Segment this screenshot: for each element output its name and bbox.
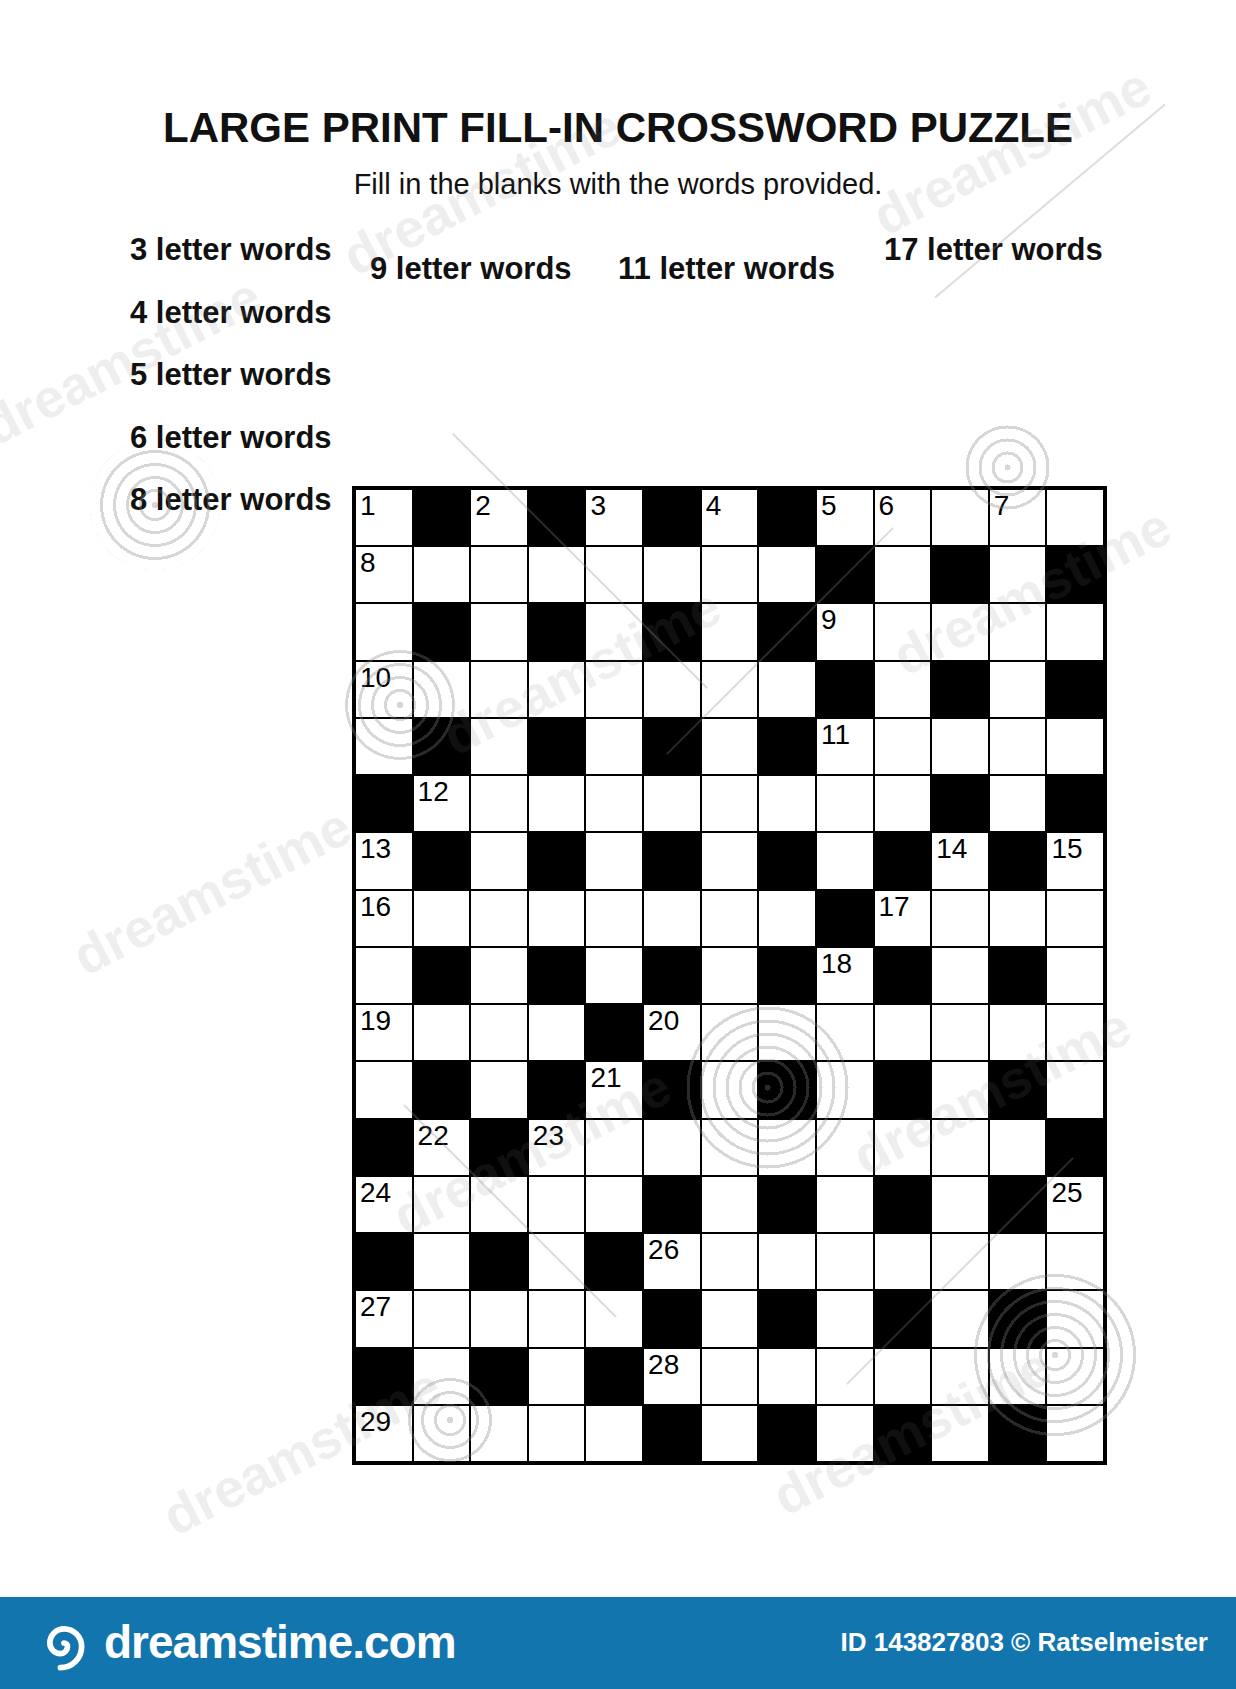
word-list-heading: 8 letter words <box>130 478 332 522</box>
grid-cell[interactable] <box>586 948 642 1003</box>
grid-cell <box>759 604 815 659</box>
grid-cell[interactable]: 19 <box>356 1005 412 1060</box>
grid-cell[interactable] <box>356 1062 412 1117</box>
grid-cell[interactable] <box>759 1005 815 1060</box>
grid-cell[interactable] <box>932 490 988 545</box>
grid-cell[interactable] <box>759 1234 815 1289</box>
grid-cell[interactable] <box>1047 1291 1103 1346</box>
grid-cell[interactable] <box>414 1005 470 1060</box>
grid-cell[interactable] <box>356 604 412 659</box>
grid-cell[interactable] <box>990 1005 1046 1060</box>
grid-cell[interactable] <box>702 1005 758 1060</box>
grid-cell <box>875 1406 931 1461</box>
grid-cell <box>644 719 700 774</box>
grid-cell <box>644 1291 700 1346</box>
grid-cell <box>414 719 470 774</box>
grid-cell <box>356 1349 412 1404</box>
grid-cell[interactable] <box>932 948 988 1003</box>
grid-cell[interactable]: 21 <box>586 1062 642 1117</box>
grid-cell <box>586 1349 642 1404</box>
word-list-block: 8 letter words <box>130 478 332 522</box>
clue-number: 27 <box>360 1291 391 1323</box>
grid-cell[interactable] <box>586 604 642 659</box>
grid-cell[interactable] <box>702 662 758 717</box>
crossword-grid: 1234567891011121314151617181920212223242… <box>352 486 1107 1465</box>
grid-cell[interactable] <box>702 719 758 774</box>
grid-cell[interactable] <box>1047 1005 1103 1060</box>
clue-number: 22 <box>418 1120 449 1152</box>
word-list-block: 9 letter words <box>370 247 572 291</box>
grid-cell[interactable] <box>586 662 642 717</box>
page-subtitle: Fill in the blanks with the words provid… <box>0 168 1236 201</box>
watermark-text: dreamstime <box>62 795 360 988</box>
grid-cell[interactable] <box>702 1062 758 1117</box>
grid-cell <box>529 948 585 1003</box>
word-list-heading: 17 letter words <box>884 228 1103 272</box>
grid-cell <box>644 1177 700 1232</box>
grid-cell[interactable]: 4 <box>702 490 758 545</box>
grid-cell <box>529 490 585 545</box>
grid-cell <box>990 1291 1046 1346</box>
grid-cell[interactable] <box>702 776 758 831</box>
grid-cell[interactable] <box>702 604 758 659</box>
grid-cell[interactable] <box>759 1120 815 1175</box>
grid-cell[interactable] <box>817 1349 873 1404</box>
grid-cell[interactable] <box>471 1177 527 1232</box>
word-list-heading: 11 letter words <box>618 247 835 291</box>
grid-cell[interactable] <box>356 948 412 1003</box>
grid-cell[interactable]: 15 <box>1047 833 1103 888</box>
clue-number: 21 <box>590 1062 621 1094</box>
grid-cell[interactable] <box>817 1406 873 1461</box>
grid-cell[interactable] <box>414 1349 470 1404</box>
grid-cell[interactable] <box>932 1234 988 1289</box>
grid-cell[interactable]: 14 <box>932 833 988 888</box>
clue-number: 13 <box>360 833 391 865</box>
grid-cell <box>586 1234 642 1289</box>
grid-cell[interactable] <box>1047 1234 1103 1289</box>
word-list-column-2: 9 letter words <box>370 228 572 291</box>
clue-number: 14 <box>936 833 967 865</box>
grid-cell[interactable] <box>471 662 527 717</box>
grid-cell[interactable] <box>702 1120 758 1175</box>
grid-cell <box>644 1062 700 1117</box>
grid-cell[interactable] <box>932 719 988 774</box>
grid-cell[interactable] <box>990 1234 1046 1289</box>
grid-cell <box>759 490 815 545</box>
grid-cell[interactable] <box>702 833 758 888</box>
grid-cell[interactable] <box>644 891 700 946</box>
grid-cell[interactable]: 26 <box>644 1234 700 1289</box>
grid-cell[interactable] <box>644 547 700 602</box>
grid-cell[interactable] <box>702 1349 758 1404</box>
grid-cell[interactable] <box>471 948 527 1003</box>
grid-cell[interactable] <box>990 547 1046 602</box>
grid-cell[interactable] <box>817 1062 873 1117</box>
clue-number: 19 <box>360 1005 391 1037</box>
grid-cell <box>990 833 1046 888</box>
grid-cell[interactable] <box>932 891 988 946</box>
grid-cell[interactable] <box>875 1120 931 1175</box>
grid-cell[interactable] <box>529 776 585 831</box>
grid-cell <box>414 833 470 888</box>
grid-cell[interactable] <box>471 604 527 659</box>
grid-cell[interactable] <box>875 604 931 659</box>
word-list-heading: 4 letter words <box>130 291 332 335</box>
word-list-column-4: 17 letter words <box>884 228 1103 272</box>
grid-cell[interactable] <box>529 1005 585 1060</box>
grid-cell[interactable] <box>702 948 758 1003</box>
grid-cell[interactable] <box>471 1291 527 1346</box>
grid-cell[interactable]: 8 <box>356 547 412 602</box>
grid-cell[interactable] <box>586 719 642 774</box>
grid-cell[interactable] <box>990 1120 1046 1175</box>
grid-cell[interactable]: 2 <box>471 490 527 545</box>
grid-cell[interactable] <box>1047 948 1103 1003</box>
grid-cell[interactable]: 6 <box>875 490 931 545</box>
grid-cell <box>817 891 873 946</box>
footer-brand: dreamstime.com <box>104 1615 456 1669</box>
word-list-heading: 3 letter words <box>130 228 332 272</box>
grid-cell[interactable] <box>817 1234 873 1289</box>
grid-cell[interactable]: 16 <box>356 891 412 946</box>
grid-cell <box>414 604 470 659</box>
grid-cell[interactable] <box>702 547 758 602</box>
dreamstime-spiral-logo-icon <box>34 1613 94 1673</box>
grid-cell[interactable] <box>759 547 815 602</box>
grid-cell[interactable] <box>471 891 527 946</box>
grid-cell[interactable] <box>875 662 931 717</box>
grid-cell[interactable] <box>586 891 642 946</box>
grid-cell[interactable] <box>1047 719 1103 774</box>
grid-cell <box>414 490 470 545</box>
grid-cell[interactable] <box>702 1406 758 1461</box>
grid-cell[interactable] <box>932 1120 988 1175</box>
grid-cell[interactable] <box>1047 1406 1103 1461</box>
grid-cell[interactable] <box>759 776 815 831</box>
grid-cell <box>1047 547 1103 602</box>
grid-cell[interactable] <box>932 1005 988 1060</box>
grid-cell[interactable] <box>471 1005 527 1060</box>
grid-cell[interactable] <box>414 1406 470 1461</box>
clue-number: 26 <box>648 1234 679 1266</box>
grid-cell[interactable] <box>1047 490 1103 545</box>
grid-cell[interactable] <box>932 604 988 659</box>
grid-cell[interactable] <box>990 891 1046 946</box>
grid-cell[interactable] <box>932 1406 988 1461</box>
grid-cell[interactable] <box>529 1349 585 1404</box>
word-list-block: 17 letter words <box>884 228 1103 272</box>
grid-cell[interactable] <box>414 1291 470 1346</box>
word-list-heading: 6 letter words <box>130 416 332 460</box>
clue-number: 4 <box>706 490 722 522</box>
grid-cell[interactable] <box>817 833 873 888</box>
grid-cell[interactable] <box>586 833 642 888</box>
grid-cell[interactable] <box>414 547 470 602</box>
grid-cell[interactable]: 9 <box>817 604 873 659</box>
clue-number: 3 <box>590 490 606 522</box>
grid-cell <box>990 1177 1046 1232</box>
word-list-column-1: 3 letter words 4 letter words <box>130 228 332 522</box>
grid-cell <box>644 833 700 888</box>
grid-cell[interactable] <box>644 1120 700 1175</box>
grid-cell[interactable] <box>817 1120 873 1175</box>
word-list-block: 4 letter words <box>130 291 332 335</box>
grid-cell[interactable]: 23 <box>529 1120 585 1175</box>
clue-number: 7 <box>994 490 1010 522</box>
grid-cell[interactable] <box>990 1349 1046 1404</box>
grid-cell <box>990 948 1046 1003</box>
grid-cell <box>990 1406 1046 1461</box>
grid-cell <box>817 662 873 717</box>
clue-number: 11 <box>821 719 850 751</box>
clue-number: 17 <box>879 891 910 923</box>
grid-cell[interactable] <box>932 1062 988 1117</box>
clue-number: 15 <box>1051 833 1082 865</box>
grid-cell[interactable] <box>702 891 758 946</box>
grid-cell <box>1047 1120 1103 1175</box>
grid-cell <box>471 1120 527 1175</box>
clue-number: 18 <box>821 948 852 980</box>
word-list-column-3: 11 letter words <box>618 228 835 291</box>
grid-cell[interactable] <box>529 547 585 602</box>
grid-cell <box>529 719 585 774</box>
grid-cell[interactable]: 3 <box>586 490 642 545</box>
grid-cell[interactable]: 11 <box>817 719 873 774</box>
clue-number: 20 <box>648 1005 679 1037</box>
grid-cell <box>875 1062 931 1117</box>
clue-number: 23 <box>533 1120 564 1152</box>
grid-cell[interactable] <box>817 1005 873 1060</box>
grid-cell[interactable] <box>644 776 700 831</box>
word-list-block: 6 letter words <box>130 416 332 460</box>
grid-cell[interactable] <box>586 1177 642 1232</box>
grid-cell[interactable]: 28 <box>644 1349 700 1404</box>
footer-bar: dreamstime.com ID 143827803 © Ratselmeis… <box>0 1597 1236 1689</box>
grid-cell[interactable] <box>471 547 527 602</box>
grid-cell[interactable]: 7 <box>990 490 1046 545</box>
grid-cell <box>644 948 700 1003</box>
page-title: LARGE PRINT FILL-IN CROSSWORD PUZZLE <box>0 104 1236 152</box>
grid-cell[interactable] <box>875 547 931 602</box>
grid-cell[interactable] <box>529 1291 585 1346</box>
clue-number: 24 <box>360 1177 391 1209</box>
grid-cell[interactable] <box>875 1349 931 1404</box>
grid-cell[interactable]: 29 <box>356 1406 412 1461</box>
grid-cell[interactable] <box>586 1120 642 1175</box>
grid-cell[interactable] <box>414 891 470 946</box>
grid-cell[interactable] <box>759 891 815 946</box>
word-list-block: 11 letter words <box>618 247 835 291</box>
grid-cell[interactable]: 12 <box>414 776 470 831</box>
grid-cell <box>529 833 585 888</box>
grid-cell[interactable]: 27 <box>356 1291 412 1346</box>
clue-number: 9 <box>821 604 837 636</box>
grid-cell[interactable]: 20 <box>644 1005 700 1060</box>
grid-cell[interactable] <box>875 776 931 831</box>
grid-cell[interactable] <box>529 1177 585 1232</box>
grid-cell[interactable] <box>529 891 585 946</box>
grid-cell <box>759 1177 815 1232</box>
grid-cell <box>990 1062 1046 1117</box>
grid-cell[interactable] <box>759 662 815 717</box>
grid-cell <box>644 490 700 545</box>
grid-cell[interactable] <box>817 1291 873 1346</box>
grid-cell <box>759 833 815 888</box>
grid-cell <box>529 1062 585 1117</box>
grid-cell <box>644 604 700 659</box>
grid-cell <box>875 1291 931 1346</box>
grid-cell[interactable]: 5 <box>817 490 873 545</box>
grid-cell <box>759 1062 815 1117</box>
grid-cell[interactable] <box>875 1234 931 1289</box>
clue-number: 29 <box>360 1406 391 1438</box>
grid-cell[interactable] <box>875 719 931 774</box>
grid-cell <box>414 1062 470 1117</box>
grid-cell <box>817 547 873 602</box>
grid-cell <box>932 662 988 717</box>
grid-cell[interactable] <box>1047 1062 1103 1117</box>
grid-cell[interactable] <box>702 1234 758 1289</box>
grid-cell[interactable] <box>471 1406 527 1461</box>
grid-cell[interactable] <box>471 719 527 774</box>
clue-number: 28 <box>648 1349 679 1381</box>
grid-cell[interactable] <box>414 1234 470 1289</box>
footer-credit: ID 143827803 © Ratselmeister <box>840 1627 1208 1658</box>
clue-number: 16 <box>360 891 391 923</box>
grid-cell[interactable] <box>1047 604 1103 659</box>
grid-cell[interactable] <box>586 776 642 831</box>
grid-cell <box>875 833 931 888</box>
clue-number: 12 <box>418 776 449 808</box>
word-list-heading: 9 letter words <box>370 247 572 291</box>
grid-cell <box>529 604 585 659</box>
grid-cell <box>356 1120 412 1175</box>
grid-cell[interactable] <box>817 1177 873 1232</box>
grid-cell <box>644 1406 700 1461</box>
clue-number: 5 <box>821 490 837 522</box>
grid-cell[interactable] <box>529 662 585 717</box>
clue-number: 10 <box>360 662 391 694</box>
grid-cell <box>875 948 931 1003</box>
grid-cell <box>471 1234 527 1289</box>
grid-cell <box>356 1234 412 1289</box>
grid-cell[interactable] <box>817 776 873 831</box>
word-list-block: 3 letter words <box>130 228 332 272</box>
grid-cell[interactable]: 18 <box>817 948 873 1003</box>
grid-cell[interactable] <box>414 662 470 717</box>
grid-cell[interactable] <box>414 1177 470 1232</box>
grid-cell[interactable] <box>586 547 642 602</box>
grid-cell <box>586 1005 642 1060</box>
grid-cell[interactable] <box>356 719 412 774</box>
grid-cell[interactable] <box>1047 1349 1103 1404</box>
grid-cell[interactable] <box>586 1291 642 1346</box>
clue-number: 1 <box>360 490 376 522</box>
grid-cell <box>759 719 815 774</box>
grid-cell[interactable] <box>702 1177 758 1232</box>
grid-cell[interactable] <box>990 662 1046 717</box>
grid-cell[interactable] <box>471 833 527 888</box>
grid-cell[interactable] <box>990 719 1046 774</box>
clue-number: 25 <box>1051 1177 1082 1209</box>
stock-image-page: LARGE PRINT FILL-IN CROSSWORD PUZZLE Fil… <box>0 0 1236 1689</box>
grid-cell <box>759 948 815 1003</box>
grid-cell[interactable]: 22 <box>414 1120 470 1175</box>
grid-cell <box>414 948 470 1003</box>
grid-cell <box>1047 776 1103 831</box>
clue-number: 2 <box>475 490 491 522</box>
grid-cell[interactable]: 10 <box>356 662 412 717</box>
grid-cell[interactable] <box>702 1291 758 1346</box>
grid-cell[interactable]: 1 <box>356 490 412 545</box>
grid-cell[interactable]: 25 <box>1047 1177 1103 1232</box>
grid-cell <box>932 547 988 602</box>
word-list-heading: 5 letter words <box>130 353 332 397</box>
grid-cell[interactable]: 13 <box>356 833 412 888</box>
grid-cell[interactable] <box>529 1406 585 1461</box>
grid-cell[interactable] <box>932 1349 988 1404</box>
grid-cell <box>759 1291 815 1346</box>
clue-number: 8 <box>360 547 376 579</box>
grid-cell[interactable] <box>990 776 1046 831</box>
grid-cell[interactable] <box>875 1005 931 1060</box>
grid-cell[interactable] <box>759 1349 815 1404</box>
grid-cell[interactable] <box>990 604 1046 659</box>
word-list-block: 5 letter words <box>130 353 332 397</box>
grid-cell[interactable] <box>586 1406 642 1461</box>
grid-cell[interactable]: 24 <box>356 1177 412 1232</box>
clue-number: 6 <box>879 490 895 522</box>
grid-cell[interactable] <box>644 662 700 717</box>
grid-cell[interactable] <box>932 1177 988 1232</box>
grid-cell[interactable] <box>1047 891 1103 946</box>
grid-cell[interactable] <box>471 776 527 831</box>
grid-cell <box>1047 662 1103 717</box>
grid-cell[interactable] <box>471 1062 527 1117</box>
grid-cell <box>356 776 412 831</box>
grid-cell[interactable] <box>932 1291 988 1346</box>
grid-cell[interactable]: 17 <box>875 891 931 946</box>
grid-cell <box>759 1406 815 1461</box>
grid-cell[interactable] <box>529 1234 585 1289</box>
grid-cell <box>932 776 988 831</box>
grid-cell <box>471 1349 527 1404</box>
grid-cell <box>875 1177 931 1232</box>
